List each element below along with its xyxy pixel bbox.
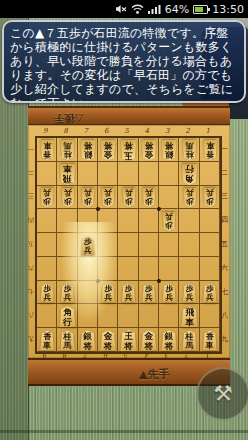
rank-label-left-9: 九 xyxy=(27,334,35,343)
square-3三[interactable] xyxy=(159,186,179,210)
piece-tile: 銀将 xyxy=(80,330,96,351)
piece-gote-p-7三[interactable]: 歩兵 xyxy=(81,188,95,207)
piece-sente-l-1九[interactable]: 香車 xyxy=(203,331,218,351)
piece-gote-p-9三[interactable]: 歩兵 xyxy=(40,188,54,207)
file-label-9: 9 xyxy=(35,126,55,136)
piece-tile: 桂馬 xyxy=(60,331,75,351)
commentary-line: この▲７五歩が石田流の特徴です。序盤 xyxy=(10,26,238,40)
square-1六[interactable] xyxy=(200,257,220,281)
rank-label-left-6: 六 xyxy=(27,263,35,272)
square-6八[interactable] xyxy=(98,304,118,328)
piece-gote-n-8一[interactable]: 桂馬 xyxy=(60,140,75,160)
piece-sente-p-2七[interactable]: 歩兵 xyxy=(183,284,197,303)
square-2六[interactable] xyxy=(179,257,199,281)
square-4四[interactable] xyxy=(139,209,159,233)
sente-label: ▲先手 xyxy=(139,367,169,382)
square-7四[interactable] xyxy=(78,209,98,233)
piece-tile: 銀将 xyxy=(161,330,177,351)
piece-gote-p-1三[interactable]: 歩兵 xyxy=(203,188,217,207)
star-point xyxy=(157,279,161,283)
piece-gote-p-5三[interactable]: 歩兵 xyxy=(122,188,136,207)
square-5四[interactable] xyxy=(118,209,138,233)
piece-tile: 歩兵 xyxy=(101,284,115,303)
piece-tile: 玉将 xyxy=(120,140,137,162)
piece-tile: 歩兵 xyxy=(81,188,95,207)
piece-tile: 歩兵 xyxy=(40,284,54,303)
piece-gote-p-6三[interactable]: 歩兵 xyxy=(101,188,115,207)
square-6二[interactable] xyxy=(98,162,118,186)
square-4五[interactable] xyxy=(139,233,159,257)
piece-tile: 歩兵 xyxy=(40,188,54,207)
file-label-7: 7 xyxy=(76,126,96,136)
gote-piece-stand: △後手 xyxy=(28,106,230,125)
rank-label-left-2: 二 xyxy=(27,168,35,177)
piece-tile: 桂馬 xyxy=(182,331,197,351)
square-4六[interactable] xyxy=(139,257,159,281)
piece-tile: 金将 xyxy=(100,140,116,161)
square-3五[interactable] xyxy=(159,233,179,257)
piece-tile: 歩兵 xyxy=(162,284,176,303)
file-label-4: 4 xyxy=(137,126,157,136)
piece-gote-p-8三[interactable]: 歩兵 xyxy=(61,188,75,207)
piece-gote-s-3一[interactable]: 銀将 xyxy=(161,140,177,161)
piece-tile: 飛車 xyxy=(59,164,76,185)
piece-tile: 歩兵 xyxy=(203,188,217,207)
wifi-icon xyxy=(131,4,144,14)
piece-sente-s-7九[interactable]: 銀将 xyxy=(80,330,96,351)
piece-tile: 金将 xyxy=(100,330,116,351)
piece-sente-n-2九[interactable]: 桂馬 xyxy=(182,331,197,351)
battery-percent: 64% xyxy=(165,4,189,15)
piece-tile: 銀将 xyxy=(80,140,96,161)
commentary-line: 少し紹介してますので、そちらをご覧に xyxy=(10,82,238,96)
piece-sente-p-4七[interactable]: 歩兵 xyxy=(142,284,156,303)
piece-sente-p-7五[interactable]: 歩兵 xyxy=(81,236,95,255)
rank-label-left-8: 八 xyxy=(27,310,35,319)
commentary-line: から積極的に仕掛けるパターンも数多く xyxy=(10,40,238,54)
piece-gote-p-4三[interactable]: 歩兵 xyxy=(142,188,156,207)
piece-sente-k-5九[interactable]: 王将 xyxy=(120,330,137,352)
square-4八[interactable] xyxy=(139,304,159,328)
square-5六[interactable] xyxy=(118,257,138,281)
piece-tile: 銀将 xyxy=(161,140,177,161)
square-3八[interactable] xyxy=(159,304,179,328)
square-9四[interactable] xyxy=(37,209,57,233)
square-6六[interactable] xyxy=(98,257,118,281)
square-1八[interactable] xyxy=(200,304,220,328)
square-2四[interactable] xyxy=(179,209,199,233)
square-9六[interactable] xyxy=(37,257,57,281)
piece-sente-g-6九[interactable]: 金将 xyxy=(100,330,116,351)
square-9八[interactable] xyxy=(37,304,57,328)
square-5二[interactable] xyxy=(118,162,138,186)
piece-tile: 香車 xyxy=(203,140,218,160)
rank-label-left-3: 三 xyxy=(27,191,35,200)
commentary-line: なって下さい。 xyxy=(10,96,238,103)
piece-gote-g-4一[interactable]: 金将 xyxy=(141,140,157,161)
file-label-8: 8 xyxy=(55,126,75,136)
piece-gote-b-2二[interactable]: 角行 xyxy=(181,164,198,185)
square-2五[interactable] xyxy=(179,233,199,257)
square-5五[interactable] xyxy=(118,233,138,257)
piece-tile: 歩兵 xyxy=(203,284,217,303)
file-coordinates-top: 987654321 xyxy=(28,126,230,136)
piece-gote-l-1一[interactable]: 香車 xyxy=(203,140,218,160)
star-point xyxy=(96,279,100,283)
piece-gote-l-9一[interactable]: 香車 xyxy=(40,140,55,160)
tools-button[interactable]: ⚒ xyxy=(196,367,248,421)
piece-tile: 桂馬 xyxy=(60,140,75,160)
mute-icon xyxy=(116,4,127,14)
file-label-3: 3 xyxy=(157,126,177,136)
square-4二[interactable] xyxy=(139,162,159,186)
file-label-6: 6 xyxy=(96,126,116,136)
square-8六[interactable] xyxy=(57,257,77,281)
piece-gote-p-2三[interactable]: 歩兵 xyxy=(183,188,197,207)
piece-tile: 歩兵 xyxy=(162,212,176,231)
shogi-board-block: △後手 987654321 987654321 一二三四五六七八九 一二三四五六… xyxy=(28,106,230,386)
piece-tile: 金将 xyxy=(141,330,157,351)
commentary-line: あり、早い段階で勝負を分ける場合もあ xyxy=(10,54,238,68)
piece-gote-k-5一[interactable]: 玉将 xyxy=(120,140,137,162)
commentary-bubble[interactable]: この▲７五歩が石田流の特徴です。序盤 から積極的に仕掛けるパターンも数多く あり… xyxy=(2,20,246,103)
piece-gote-s-7一[interactable]: 銀将 xyxy=(80,140,96,161)
piece-tile: 歩兵 xyxy=(61,284,75,303)
piece-tile: 歩兵 xyxy=(61,188,75,207)
piece-tile: 王将 xyxy=(120,330,137,352)
piece-sente-l-9九[interactable]: 香車 xyxy=(40,331,55,351)
square-8五[interactable] xyxy=(57,233,77,257)
piece-sente-p-1七[interactable]: 歩兵 xyxy=(203,284,217,303)
square-7七[interactable] xyxy=(78,281,98,305)
piece-tile: 角行 xyxy=(181,164,198,185)
tools-icon: ⚒ xyxy=(213,383,233,405)
rank-label-left-5: 五 xyxy=(27,239,35,248)
piece-sente-s-3九[interactable]: 銀将 xyxy=(161,330,177,351)
file-label-5: 5 xyxy=(116,126,136,136)
square-6四[interactable] xyxy=(98,209,118,233)
rank-coordinates-left: 一二三四五六七八九 xyxy=(27,136,35,350)
square-7二[interactable] xyxy=(78,162,98,186)
piece-sente-b-8八[interactable]: 角行 xyxy=(59,306,76,327)
piece-tile: 歩兵 xyxy=(122,284,136,303)
piece-sente-p-5七[interactable]: 歩兵 xyxy=(122,284,136,303)
commentary-line: ります。その変化は「早石田」の方でも xyxy=(10,68,238,82)
square-7八[interactable] xyxy=(78,304,98,328)
piece-tile: 飛車 xyxy=(181,306,198,327)
clock: 13:50 xyxy=(212,4,244,15)
piece-tile: 角行 xyxy=(59,306,76,327)
piece-tile: 歩兵 xyxy=(142,188,156,207)
piece-gote-r-8二[interactable]: 飛車 xyxy=(59,164,76,185)
piece-gote-p-3四[interactable]: 歩兵 xyxy=(162,212,176,231)
piece-tile: 香車 xyxy=(40,331,55,351)
square-3二[interactable] xyxy=(159,162,179,186)
piece-sente-p-8七[interactable]: 歩兵 xyxy=(61,284,75,303)
piece-sente-n-8九[interactable]: 桂馬 xyxy=(60,331,75,351)
piece-tile: 金将 xyxy=(141,140,157,161)
square-8四[interactable] xyxy=(57,209,77,233)
piece-tile: 歩兵 xyxy=(183,284,197,303)
square-5八[interactable] xyxy=(118,304,138,328)
battery-icon xyxy=(193,5,208,14)
piece-sente-p-9七[interactable]: 歩兵 xyxy=(40,284,54,303)
piece-tile: 歩兵 xyxy=(183,188,197,207)
rank-label-left-4: 四 xyxy=(27,215,35,224)
piece-tile: 歩兵 xyxy=(81,236,95,255)
piece-tile: 香車 xyxy=(40,140,55,160)
square-1四[interactable] xyxy=(200,209,220,233)
file-label-1: 1 xyxy=(198,126,218,136)
piece-tile: 桂馬 xyxy=(182,140,197,160)
square-1五[interactable] xyxy=(200,233,220,257)
board-grid: 香車桂馬銀将金将玉将金将銀将桂馬香車飛車角行歩兵歩兵歩兵歩兵歩兵歩兵歩兵歩兵歩兵… xyxy=(35,136,222,354)
file-label-2: 2 xyxy=(177,126,197,136)
tatami-mat-edge xyxy=(0,430,248,433)
board-wood: 987654321 987654321 一二三四五六七八九 一二三四五六七八九 … xyxy=(28,125,230,358)
piece-tile: 香車 xyxy=(203,331,218,351)
rank-label-left-1: 一 xyxy=(27,144,35,153)
piece-tile: 歩兵 xyxy=(122,188,136,207)
square-9五[interactable] xyxy=(37,233,57,257)
square-3六[interactable] xyxy=(159,257,179,281)
piece-sente-p-3七[interactable]: 歩兵 xyxy=(162,284,176,303)
piece-gote-g-6一[interactable]: 金将 xyxy=(100,140,116,161)
signal-icon xyxy=(148,4,161,14)
piece-sente-p-6七[interactable]: 歩兵 xyxy=(101,284,115,303)
square-7六[interactable] xyxy=(78,257,98,281)
rank-label-left-7: 七 xyxy=(27,287,35,296)
piece-tile: 歩兵 xyxy=(101,188,115,207)
piece-sente-r-2八[interactable]: 飛車 xyxy=(181,306,198,327)
piece-gote-n-2一[interactable]: 桂馬 xyxy=(182,140,197,160)
status-bar: 64% 13:50 xyxy=(0,0,248,18)
square-1二[interactable] xyxy=(200,162,220,186)
piece-tile: 歩兵 xyxy=(142,284,156,303)
app-screen: 64% 13:50 この▲７五歩が石田流の特徴です。序盤 から積極的に仕掛けるパ… xyxy=(0,0,248,440)
gote-label: △後手 xyxy=(54,111,83,125)
square-6五[interactable] xyxy=(98,233,118,257)
square-9二[interactable] xyxy=(37,162,57,186)
piece-sente-g-4九[interactable]: 金将 xyxy=(141,330,157,351)
